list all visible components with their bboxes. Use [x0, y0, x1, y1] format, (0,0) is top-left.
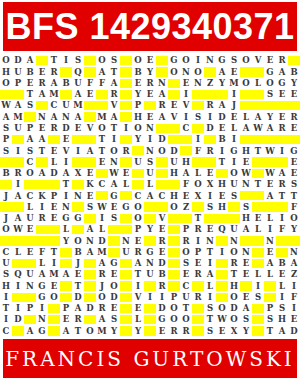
grid-cell: I	[12, 179, 24, 190]
grid-cell: E	[72, 123, 84, 134]
grid-cell: E	[36, 66, 48, 77]
grid-cell: O	[72, 235, 84, 246]
grid-cell: R	[120, 145, 132, 156]
blocked-cell	[228, 213, 240, 224]
blocked-cell	[252, 314, 264, 325]
grid-cell: D	[216, 111, 228, 122]
grid-cell: R	[36, 213, 48, 224]
blocked-cell	[12, 156, 24, 167]
grid-cell: I	[36, 303, 48, 314]
grid-cell: T	[216, 156, 228, 167]
blocked-cell	[144, 280, 156, 291]
grid-cell: O	[108, 280, 120, 291]
grid-cell: A	[84, 247, 96, 258]
grid-cell: Y	[288, 78, 300, 89]
blocked-cell	[108, 235, 120, 246]
grid-cell: Z	[180, 201, 192, 212]
grid-cell: E	[240, 292, 252, 303]
grid-cell: R	[96, 269, 108, 280]
blocked-cell	[168, 280, 180, 291]
blocked-cell	[264, 280, 276, 291]
grid-cell: V	[132, 292, 144, 303]
blocked-cell	[252, 325, 264, 336]
grid-cell: R	[180, 325, 192, 336]
blocked-cell	[228, 201, 240, 212]
grid-cell: E	[228, 111, 240, 122]
grid-cell: L	[264, 213, 276, 224]
grid-cell: A	[156, 89, 168, 100]
grid-cell: N	[24, 280, 36, 291]
grid-cell: T	[252, 179, 264, 190]
grid-cell: P	[24, 303, 36, 314]
blocked-cell	[216, 258, 228, 269]
blocked-cell	[276, 235, 288, 246]
grid-cell: Y	[144, 66, 156, 77]
blocked-cell	[120, 314, 132, 325]
grid-cell: E	[120, 168, 132, 179]
grid-cell: R	[132, 247, 144, 258]
grid-cell: E	[132, 235, 144, 246]
grid-cell: T	[204, 247, 216, 258]
blocked-cell	[24, 235, 36, 246]
grid-cell: X	[204, 179, 216, 190]
blocked-cell	[144, 213, 156, 224]
blocked-cell	[192, 123, 204, 134]
grid-cell: Y	[132, 89, 144, 100]
grid-cell: N	[36, 314, 48, 325]
blocked-cell	[72, 134, 84, 145]
grid-cell: O	[48, 292, 60, 303]
grid-cell: D	[96, 235, 108, 246]
grid-cell: L	[192, 168, 204, 179]
grid-cell: O	[96, 55, 108, 66]
blocked-cell	[204, 134, 216, 145]
blocked-cell	[168, 235, 180, 246]
grid-cell: E	[264, 247, 276, 258]
blocked-cell	[168, 247, 180, 258]
grid-cell: T	[48, 247, 60, 258]
grid-cell: T	[60, 179, 72, 190]
grid-cell: Y	[132, 134, 144, 145]
blocked-cell	[84, 213, 96, 224]
blocked-cell	[276, 134, 288, 145]
grid-cell: D	[84, 303, 96, 314]
grid-cell: E	[48, 201, 60, 212]
blocked-cell	[132, 179, 144, 190]
grid-cell: R	[156, 100, 168, 111]
grid-cell: I	[72, 145, 84, 156]
grid-cell: I	[204, 292, 216, 303]
grid-cell: C	[0, 247, 12, 258]
grid-cell: N	[144, 258, 156, 269]
grid-cell: J	[228, 100, 240, 111]
grid-cell: I	[216, 145, 228, 156]
grid-cell: E	[24, 247, 36, 258]
grid-cell: A	[156, 111, 168, 122]
grid-cell: R	[204, 145, 216, 156]
grid-cell: I	[156, 292, 168, 303]
blocked-cell	[144, 325, 156, 336]
grid-cell: A	[264, 190, 276, 201]
grid-cell: B	[72, 247, 84, 258]
grid-cell: T	[228, 269, 240, 280]
grid-cell: S	[204, 325, 216, 336]
grid-cell: H	[276, 314, 288, 325]
grid-cell: N	[204, 235, 216, 246]
grid-cell: R	[144, 78, 156, 89]
grid-cell: M	[48, 269, 60, 280]
blocked-cell	[252, 235, 264, 246]
blocked-cell	[192, 156, 204, 167]
grid-cell: F	[288, 292, 300, 303]
blocked-cell	[0, 156, 12, 167]
grid-cell: I	[36, 201, 48, 212]
blocked-cell	[72, 201, 84, 212]
grid-cell: E	[288, 123, 300, 134]
grid-cell: E	[48, 280, 60, 291]
grid-cell: A	[216, 66, 228, 77]
grid-cell: L	[252, 269, 264, 280]
blocked-cell	[60, 292, 72, 303]
grid-cell: H	[0, 66, 12, 77]
blocked-cell	[168, 213, 180, 224]
grid-cell: F	[84, 78, 96, 89]
grid-cell: A	[276, 168, 288, 179]
blocked-cell	[120, 269, 132, 280]
grid-cell: S	[204, 303, 216, 314]
grid-cell: G	[168, 55, 180, 66]
blocked-cell	[156, 179, 168, 190]
blocked-cell	[24, 179, 36, 190]
blocked-cell	[168, 179, 180, 190]
blocked-cell	[96, 168, 108, 179]
grid-cell: A	[72, 303, 84, 314]
blocked-cell	[36, 156, 48, 167]
grid-cell: X	[72, 168, 84, 179]
grid-cell: R	[276, 55, 288, 66]
grid-cell: S	[240, 314, 252, 325]
blocked-cell	[36, 179, 48, 190]
grid-cell: I	[120, 123, 132, 134]
grid-cell: E	[276, 269, 288, 280]
grid-cell: A	[240, 303, 252, 314]
grid-cell: R	[156, 280, 168, 291]
grid-cell: H	[228, 280, 240, 291]
grid-cell: N	[72, 190, 84, 201]
blocked-cell	[12, 325, 24, 336]
grid-cell: B	[132, 66, 144, 77]
grid-cell: E	[84, 89, 96, 100]
grid-cell: E	[108, 269, 120, 280]
grid-cell: I	[288, 280, 300, 291]
grid-cell: A	[132, 258, 144, 269]
grid-cell: C	[180, 123, 192, 134]
blocked-cell	[204, 89, 216, 100]
grid-cell: J	[96, 280, 108, 291]
grid-cell: I	[192, 235, 204, 246]
blocked-cell	[36, 55, 48, 66]
grid-cell: A	[84, 145, 96, 156]
grid-cell: W	[0, 100, 12, 111]
grid-cell: O	[192, 179, 204, 190]
blocked-cell	[192, 314, 204, 325]
grid-cell: T	[96, 134, 108, 145]
grid-cell: L	[96, 224, 108, 235]
grid-cell: E	[48, 145, 60, 156]
blocked-cell	[24, 292, 36, 303]
grid-cell: P	[12, 78, 24, 89]
grid-cell: S	[0, 269, 12, 280]
grid-cell: T	[48, 55, 60, 66]
grid-cell: O	[228, 292, 240, 303]
grid-cell: U	[132, 156, 144, 167]
grid-cell: L	[120, 179, 132, 190]
grid-cell: R	[36, 78, 48, 89]
grid-cell: U	[24, 213, 36, 224]
grid-cell: T	[264, 325, 276, 336]
grid-cell: T	[108, 66, 120, 77]
grid-cell: S	[144, 156, 156, 167]
grid-cell: E	[84, 190, 96, 201]
blocked-cell	[120, 190, 132, 201]
grid-cell: E	[72, 269, 84, 280]
grid-cell: D	[168, 145, 180, 156]
grid-cell: A	[204, 269, 216, 280]
grid-cell: P	[180, 224, 192, 235]
grid-cell: E	[288, 156, 300, 167]
grid-cell: X	[192, 190, 204, 201]
grid-cell: W	[252, 123, 264, 134]
grid-cell: E	[180, 78, 192, 89]
grid-cell: U	[180, 292, 192, 303]
grid-cell: U	[24, 269, 36, 280]
grid-cell: E	[144, 89, 156, 100]
grid-cell: O	[168, 314, 180, 325]
grid-cell: U	[12, 123, 24, 134]
blocked-cell	[180, 213, 192, 224]
blocked-cell	[84, 314, 96, 325]
grid-cell: S	[24, 100, 36, 111]
grid-cell: I	[228, 156, 240, 167]
blocked-cell	[24, 314, 36, 325]
grid-cell: V	[168, 111, 180, 122]
grid-cell: A	[24, 325, 36, 336]
grid-cell: A	[36, 89, 48, 100]
grid-cell: G	[72, 213, 84, 224]
grid-cell: I	[276, 292, 288, 303]
grid-cell: A	[276, 66, 288, 77]
grid-cell: E	[144, 55, 156, 66]
grid-cell: U	[120, 247, 132, 258]
blocked-cell	[84, 156, 96, 167]
grid-cell: F	[96, 78, 108, 89]
blocked-cell	[180, 134, 192, 145]
grid-cell: S	[24, 145, 36, 156]
blocked-cell	[84, 111, 96, 122]
blocked-cell	[12, 292, 24, 303]
blocked-cell	[288, 235, 300, 246]
grid-cell: E	[240, 269, 252, 280]
blocked-cell	[156, 201, 168, 212]
grid-cell: I	[276, 145, 288, 156]
grid-cell: S	[240, 201, 252, 212]
blocked-cell	[168, 78, 180, 89]
grid-cell: E	[156, 247, 168, 258]
grid-cell: S	[252, 292, 264, 303]
grid-cell: I	[192, 55, 204, 66]
blocked-cell	[252, 100, 264, 111]
grid-cell: N	[228, 235, 240, 246]
grid-cell: G	[144, 247, 156, 258]
grid-cell: E	[252, 213, 264, 224]
blocked-cell	[168, 123, 180, 134]
grid-cell: E	[288, 89, 300, 100]
blocked-cell	[84, 66, 96, 77]
grid-cell: H	[132, 111, 144, 122]
blocked-cell	[192, 100, 204, 111]
grid-cell: E	[96, 156, 108, 167]
grid-cell: U	[144, 269, 156, 280]
grid-cell: A	[36, 168, 48, 179]
grid-cell: N	[264, 235, 276, 246]
grid-cell: O	[156, 145, 168, 156]
grid-cell: I	[60, 156, 72, 167]
grid-cell: E	[48, 213, 60, 224]
grid-cell: O	[288, 213, 300, 224]
grid-cell: O	[180, 55, 192, 66]
blocked-cell	[216, 213, 228, 224]
blocked-cell	[192, 201, 204, 212]
grid-cell: N	[192, 78, 204, 89]
grid-cell: E	[132, 78, 144, 89]
grid-cell: N	[144, 123, 156, 134]
blocked-cell	[156, 123, 168, 134]
grid-cell: L	[24, 201, 36, 212]
grid-cell: E	[60, 134, 72, 145]
grid-cell: P	[48, 190, 60, 201]
blocked-cell	[252, 156, 264, 167]
grid-cell: B	[156, 269, 168, 280]
blocked-cell	[48, 134, 60, 145]
grid-cell: I	[228, 89, 240, 100]
grid-cell: N	[144, 145, 156, 156]
blocked-cell	[216, 168, 228, 179]
grid-cell: A	[252, 111, 264, 122]
grid-cell: E	[84, 168, 96, 179]
grid-cell: N	[120, 235, 132, 246]
grid-cell: Y	[144, 224, 156, 235]
grid-cell: S	[84, 201, 96, 212]
grid-cell: I	[12, 303, 24, 314]
grid-cell: T	[252, 145, 264, 156]
grid-cell: B	[216, 134, 228, 145]
blocked-cell	[84, 280, 96, 291]
grid-cell: A	[12, 213, 24, 224]
grid-cell: D	[72, 292, 84, 303]
grid-cell: I	[0, 292, 12, 303]
grid-cell: C	[0, 325, 12, 336]
blocked-cell	[288, 134, 300, 145]
grid-cell: Q	[12, 269, 24, 280]
blocked-cell	[204, 156, 216, 167]
blocked-cell	[240, 66, 252, 77]
grid-cell: W	[108, 168, 120, 179]
grid-cell: Y	[108, 325, 120, 336]
grid-cell: S	[264, 314, 276, 325]
grid-cell: M	[96, 247, 108, 258]
grid-cell: S	[228, 55, 240, 66]
grid-cell: N	[240, 247, 252, 258]
blocked-cell	[0, 235, 12, 246]
blocked-cell	[276, 156, 288, 167]
grid-cell: I	[108, 134, 120, 145]
grid-cell: F	[276, 224, 288, 235]
blocked-cell	[264, 134, 276, 145]
grid-cell: R	[228, 258, 240, 269]
grid-cell: B	[24, 66, 36, 77]
blocked-cell	[96, 190, 108, 201]
grid-cell: I	[192, 134, 204, 145]
grid-cell: J	[0, 190, 12, 201]
grid-cell: C	[24, 190, 36, 201]
grid-cell: A	[288, 258, 300, 269]
blocked-cell	[120, 292, 132, 303]
grid-cell: T	[96, 145, 108, 156]
blocked-cell	[48, 303, 60, 314]
blocked-cell	[84, 134, 96, 145]
grid-cell: I	[252, 280, 264, 291]
grid-cell: O	[192, 66, 204, 77]
grid-cell: A	[240, 123, 252, 134]
grid-cell: O	[84, 325, 96, 336]
grid-cell: G	[228, 145, 240, 156]
blocked-cell	[120, 78, 132, 89]
grid-cell: W	[12, 224, 24, 235]
grid-cell: E	[288, 314, 300, 325]
grid-cell: N	[60, 111, 72, 122]
grid-cell: O	[180, 247, 192, 258]
blocked-cell	[192, 280, 204, 291]
grid-cell: E	[144, 111, 156, 122]
grid-cell: R	[48, 123, 60, 134]
blocked-cell	[132, 168, 144, 179]
blocked-cell	[72, 156, 84, 167]
grid-cell: G	[216, 55, 228, 66]
grid-cell: A	[60, 325, 72, 336]
grid-cell: B	[0, 168, 12, 179]
grid-cell: F	[180, 179, 192, 190]
puzzle-grid: ODATISOSOEGOINGSOVERHUBERQATBYONOAEGABOP…	[0, 55, 300, 337]
grid-cell: E	[204, 168, 216, 179]
grid-cell: S	[108, 55, 120, 66]
blocked-cell	[276, 201, 288, 212]
blocked-cell	[156, 168, 168, 179]
blocked-cell	[36, 100, 48, 111]
grid-cell: P	[264, 303, 276, 314]
blocked-cell	[264, 156, 276, 167]
grid-cell: E	[204, 224, 216, 235]
blocked-cell	[48, 179, 60, 190]
grid-cell: S	[72, 55, 84, 66]
blocked-cell	[204, 66, 216, 77]
blocked-cell	[12, 134, 24, 145]
grid-cell: U	[0, 258, 12, 269]
blocked-cell	[240, 134, 252, 145]
grid-cell: E	[132, 303, 144, 314]
blocked-cell	[48, 224, 60, 235]
grid-cell: A	[240, 224, 252, 235]
grid-cell: A	[216, 100, 228, 111]
